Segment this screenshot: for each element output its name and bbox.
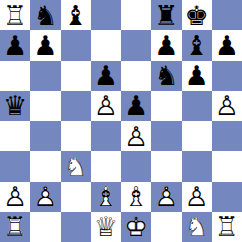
square-h8[interactable] xyxy=(212,0,242,30)
square-f8[interactable]: ♜ xyxy=(151,0,181,30)
piece-white-pawn[interactable]: ♟♙ xyxy=(121,121,151,151)
square-c7[interactable] xyxy=(61,30,91,60)
square-g1[interactable]: ♞♘ xyxy=(182,212,212,242)
black-piece-glyph: ♞ xyxy=(151,61,181,91)
white-piece-outline: ♕ xyxy=(91,212,121,242)
white-piece-outline: ♖ xyxy=(0,0,30,30)
piece-white-rook[interactable]: ♜♖ xyxy=(0,0,30,30)
square-e8[interactable] xyxy=(121,0,151,30)
square-f3[interactable] xyxy=(151,151,181,181)
square-h4[interactable] xyxy=(212,121,242,151)
piece-white-rook[interactable]: ♜♖ xyxy=(0,212,30,242)
white-piece-outline: ♘ xyxy=(61,151,91,181)
square-a6[interactable] xyxy=(0,61,30,91)
square-f6[interactable]: ♞ xyxy=(151,61,181,91)
black-piece-glyph: ♟ xyxy=(151,30,181,60)
square-h5[interactable]: ♟♙ xyxy=(212,91,242,121)
piece-black-pawn[interactable]: ♟ xyxy=(30,30,60,60)
square-a8[interactable]: ♜♖ xyxy=(0,0,30,30)
piece-white-bishop[interactable]: ♝♗ xyxy=(121,182,151,212)
piece-black-rook[interactable]: ♜ xyxy=(151,0,181,30)
square-g5[interactable] xyxy=(182,91,212,121)
square-b7[interactable]: ♟ xyxy=(30,30,60,60)
piece-white-pawn[interactable]: ♟♙ xyxy=(30,182,60,212)
black-piece-glyph: ♟ xyxy=(182,61,212,91)
square-a5[interactable]: ♛ xyxy=(0,91,30,121)
black-piece-glyph: ♟ xyxy=(0,30,30,60)
square-a7[interactable]: ♟ xyxy=(0,30,30,60)
black-piece-glyph: ♝ xyxy=(182,30,212,60)
piece-white-king[interactable]: ♚♔ xyxy=(121,212,151,242)
square-b8[interactable]: ♞ xyxy=(30,0,60,30)
piece-black-pawn[interactable]: ♟ xyxy=(182,61,212,91)
square-f4[interactable] xyxy=(151,121,181,151)
square-e4[interactable]: ♟♙ xyxy=(121,121,151,151)
square-d8[interactable] xyxy=(91,0,121,30)
square-c8[interactable]: ♝ xyxy=(61,0,91,30)
square-d7[interactable] xyxy=(91,30,121,60)
square-e1[interactable]: ♚♔ xyxy=(121,212,151,242)
black-piece-glyph: ♝ xyxy=(61,0,91,30)
white-piece-outline: ♖ xyxy=(212,212,242,242)
square-h2[interactable] xyxy=(212,182,242,212)
square-f1[interactable] xyxy=(151,212,181,242)
square-f7[interactable]: ♟ xyxy=(151,30,181,60)
piece-black-pawn[interactable]: ♟ xyxy=(0,30,30,60)
square-c4[interactable] xyxy=(61,121,91,151)
square-e6[interactable] xyxy=(121,61,151,91)
square-d2[interactable]: ♝♗ xyxy=(91,182,121,212)
square-h7[interactable]: ♟ xyxy=(212,30,242,60)
white-piece-outline: ♖ xyxy=(0,212,30,242)
square-b5[interactable] xyxy=(30,91,60,121)
black-piece-glyph: ♛ xyxy=(0,91,30,121)
square-e7[interactable] xyxy=(121,30,151,60)
square-a1[interactable]: ♜♖ xyxy=(0,212,30,242)
square-d5[interactable]: ♟♙ xyxy=(91,91,121,121)
square-b3[interactable] xyxy=(30,151,60,181)
piece-black-knight[interactable]: ♞ xyxy=(151,61,181,91)
square-g7[interactable]: ♝ xyxy=(182,30,212,60)
square-b1[interactable] xyxy=(30,212,60,242)
white-piece-outline: ♙ xyxy=(182,182,212,212)
black-piece-glyph: ♜ xyxy=(151,0,181,30)
piece-black-bishop[interactable]: ♝ xyxy=(61,0,91,30)
piece-white-bishop[interactable]: ♝♗ xyxy=(91,182,121,212)
square-a4[interactable] xyxy=(0,121,30,151)
piece-white-knight[interactable]: ♞♘ xyxy=(61,151,91,181)
white-piece-outline: ♙ xyxy=(212,91,242,121)
square-h1[interactable]: ♜♖ xyxy=(212,212,242,242)
white-piece-outline: ♘ xyxy=(182,212,212,242)
square-f5[interactable] xyxy=(151,91,181,121)
square-e3[interactable] xyxy=(121,151,151,181)
white-piece-outline: ♗ xyxy=(121,182,151,212)
black-piece-glyph: ♟ xyxy=(91,61,121,91)
black-piece-glyph: ♞ xyxy=(30,0,60,30)
square-b4[interactable] xyxy=(30,121,60,151)
square-g4[interactable] xyxy=(182,121,212,151)
piece-white-knight[interactable]: ♞♘ xyxy=(182,212,212,242)
square-a2[interactable]: ♟♙ xyxy=(0,182,30,212)
square-b6[interactable] xyxy=(30,61,60,91)
white-piece-outline: ♙ xyxy=(151,182,181,212)
piece-white-pawn[interactable]: ♟♙ xyxy=(0,182,30,212)
white-piece-outline: ♙ xyxy=(0,182,30,212)
piece-white-pawn[interactable]: ♟♙ xyxy=(91,91,121,121)
white-piece-outline: ♗ xyxy=(91,182,121,212)
white-piece-outline: ♔ xyxy=(121,212,151,242)
black-piece-glyph: ♟ xyxy=(212,30,242,60)
black-piece-glyph: ♟ xyxy=(30,30,60,60)
black-piece-glyph: ♟ xyxy=(121,91,151,121)
square-e5[interactable]: ♟ xyxy=(121,91,151,121)
square-g3[interactable] xyxy=(182,151,212,181)
square-a3[interactable] xyxy=(0,151,30,181)
square-c3[interactable]: ♞♘ xyxy=(61,151,91,181)
square-g2[interactable]: ♟♙ xyxy=(182,182,212,212)
square-g8[interactable]: ♚ xyxy=(182,0,212,30)
piece-black-pawn[interactable]: ♟ xyxy=(212,30,242,60)
piece-white-pawn[interactable]: ♟♙ xyxy=(182,182,212,212)
white-piece-outline: ♙ xyxy=(91,91,121,121)
square-d4[interactable] xyxy=(91,121,121,151)
piece-black-bishop[interactable]: ♝ xyxy=(182,30,212,60)
chess-board: ♜♖♞♝♜♚♟♟♟♝♟♟♞♟♛♟♙♟♟♙♟♙♞♘♟♙♟♙♝♗♝♗♟♙♟♙♜♖♛♕… xyxy=(0,0,242,242)
white-piece-outline: ♙ xyxy=(30,182,60,212)
piece-black-knight[interactable]: ♞ xyxy=(30,0,60,30)
square-c6[interactable] xyxy=(61,61,91,91)
piece-white-queen[interactable]: ♛♕ xyxy=(91,212,121,242)
square-d1[interactable]: ♛♕ xyxy=(91,212,121,242)
square-c1[interactable] xyxy=(61,212,91,242)
piece-white-pawn[interactable]: ♟♙ xyxy=(212,91,242,121)
square-d3[interactable] xyxy=(91,151,121,181)
square-f2[interactable]: ♟♙ xyxy=(151,182,181,212)
piece-black-pawn[interactable]: ♟ xyxy=(91,61,121,91)
square-d6[interactable]: ♟ xyxy=(91,61,121,91)
square-c5[interactable] xyxy=(61,91,91,121)
square-g6[interactable]: ♟ xyxy=(182,61,212,91)
piece-white-pawn[interactable]: ♟♙ xyxy=(151,182,181,212)
square-h3[interactable] xyxy=(212,151,242,181)
black-piece-glyph: ♚ xyxy=(182,0,212,30)
square-e2[interactable]: ♝♗ xyxy=(121,182,151,212)
piece-white-rook[interactable]: ♜♖ xyxy=(212,212,242,242)
square-h6[interactable] xyxy=(212,61,242,91)
piece-black-queen[interactable]: ♛ xyxy=(0,91,30,121)
piece-black-pawn[interactable]: ♟ xyxy=(121,91,151,121)
white-piece-outline: ♙ xyxy=(121,121,151,151)
square-c2[interactable] xyxy=(61,182,91,212)
piece-black-king[interactable]: ♚ xyxy=(182,0,212,30)
square-b2[interactable]: ♟♙ xyxy=(30,182,60,212)
piece-black-pawn[interactable]: ♟ xyxy=(151,30,181,60)
